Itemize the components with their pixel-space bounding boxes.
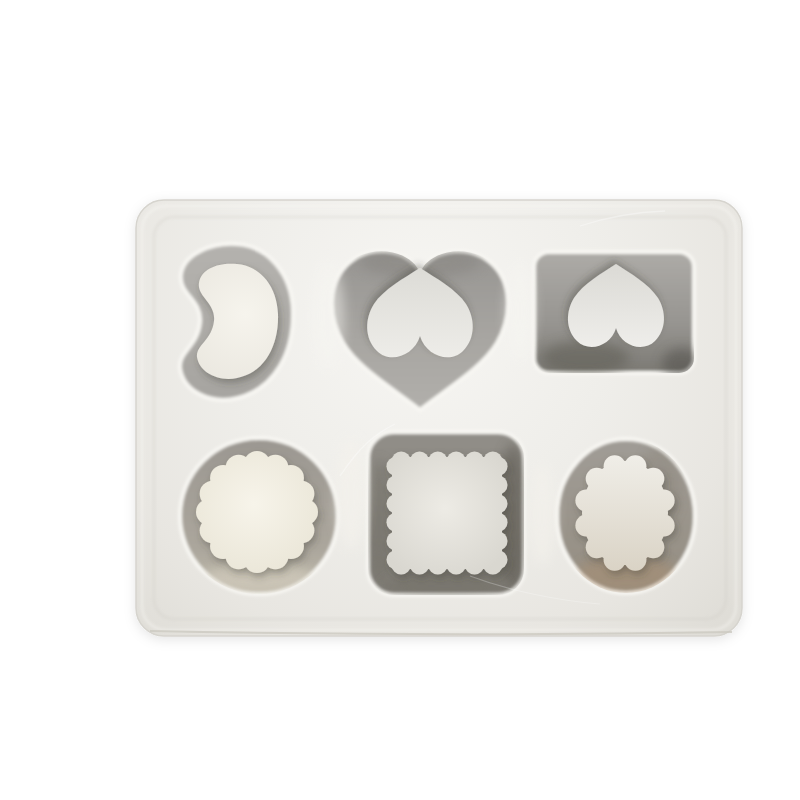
cavity-scalloped-square [368, 432, 528, 599]
scalloped-circle-inlay [196, 451, 318, 573]
scalloped-square-inlay [387, 452, 508, 575]
rectangle-heart-shadow-left [541, 341, 629, 375]
cavity-scalloped-circle [180, 438, 338, 594]
scalloped-oval-inlay [575, 455, 674, 570]
product-photo [40, 16, 800, 800]
silicone-mold-photo [40, 16, 800, 800]
cavity-scalloped-oval [557, 439, 695, 593]
cavity-rectangle-heart [534, 252, 702, 380]
